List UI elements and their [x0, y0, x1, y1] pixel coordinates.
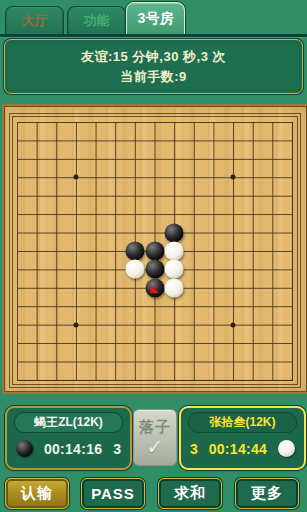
white-stone [165, 242, 184, 261]
tab-lobby[interactable]: 大厅 [5, 6, 64, 35]
player-panel-black: 蝎王ZL(12K) 00:14:16 3 [5, 406, 132, 470]
pass-button[interactable]: PASS [81, 478, 145, 509]
move-count-text: 当前手数:9 [5, 66, 302, 88]
black-stone [145, 260, 164, 279]
confirm-move-label: 落子 [139, 418, 171, 436]
white-player-time: 00:14:44 [209, 441, 267, 457]
black-stone [125, 242, 144, 261]
tab-features[interactable]: 功能 [67, 6, 126, 35]
black-player-periods: 3 [113, 441, 121, 457]
white-stone [125, 260, 144, 279]
game-info-panel: 友谊:15 分钟,30 秒,3 次 当前手数:9 [4, 39, 303, 94]
offer-draw-button[interactable]: 求和 [158, 478, 222, 509]
app-window: 大厅 功能 3号房 友谊:15 分钟,30 秒,3 次 当前手数:9 蝎王ZL(… [0, 0, 307, 512]
last-move-marker [150, 284, 159, 293]
board [2, 104, 307, 394]
white-player-periods: 3 [190, 441, 198, 457]
star-point [231, 175, 236, 180]
more-button[interactable]: 更多 [235, 478, 299, 509]
black-player-time: 00:14:16 [44, 441, 102, 457]
player-panel-white: 张拾叁(12K) 3 00:14:44 [179, 406, 306, 470]
black-player-name: 蝎王ZL(12K) [14, 412, 123, 433]
white-stone [165, 278, 184, 297]
star-point [73, 175, 78, 180]
tab-room3-active[interactable]: 3号房 [126, 2, 185, 36]
star-point [231, 322, 236, 327]
black-stone [165, 223, 184, 242]
game-rules-text: 友谊:15 分钟,30 秒,3 次 [5, 48, 302, 66]
confirm-move-button[interactable]: 落子 ✓ [133, 409, 177, 466]
checkmark-icon: ✓ [146, 436, 164, 457]
black-stone [145, 278, 164, 297]
white-stone-icon [278, 440, 295, 457]
star-point [73, 322, 78, 327]
tabbar-divider [0, 34, 307, 37]
white-player-name: 张拾叁(12K) [188, 412, 297, 433]
black-stone-icon [16, 440, 33, 457]
resign-button[interactable]: 认输 [5, 478, 69, 509]
black-stone [145, 242, 164, 261]
white-stone [165, 260, 184, 279]
board-grid[interactable] [17, 122, 293, 381]
